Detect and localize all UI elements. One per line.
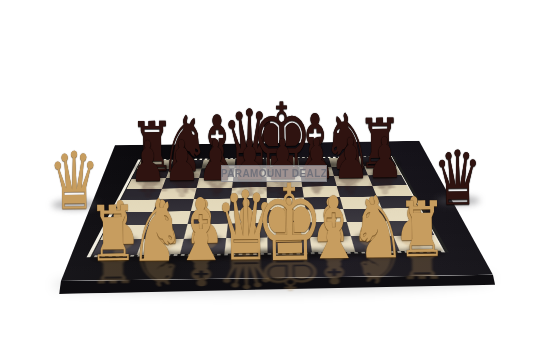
white-knight-g1-shadow bbox=[353, 247, 403, 258]
black-knight-g8-shadow bbox=[325, 160, 370, 170]
black-knight-b8: ♞ bbox=[151, 106, 219, 184]
white-pawn-f2-shadow bbox=[313, 234, 348, 242]
black-pawn-a7-shadow bbox=[132, 174, 165, 181]
black-pawn-h7: ♟ bbox=[360, 130, 409, 186]
black-pawn-a7: ♟ bbox=[123, 133, 172, 189]
extra-white-queen: ♛ bbox=[40, 142, 110, 222]
white-knight-g1-reflection: ♞ bbox=[341, 245, 416, 289]
white-pawn-g2: ♟ bbox=[346, 189, 399, 250]
white-knight-b1-shadow bbox=[132, 250, 182, 261]
black-pawn-h7-shadow bbox=[369, 171, 402, 178]
white-pawn-e2: ♟ bbox=[262, 190, 315, 251]
extra-black-queen: ♛ bbox=[424, 141, 490, 217]
white-pawn-h2-shadow bbox=[397, 232, 432, 240]
black-pawn-b7-reflection: ♟ bbox=[158, 172, 207, 201]
watermark-badge: PARAMOUNT DEALZ bbox=[221, 165, 327, 182]
black-rook-a8-shadow bbox=[132, 163, 172, 172]
black-pawn-g7-reflection: ♟ bbox=[327, 169, 376, 198]
black-pawn-b7: ♟ bbox=[157, 133, 206, 189]
white-queen-d1-shadow bbox=[218, 248, 274, 261]
white-pawn-c2-reflection: ♟ bbox=[178, 234, 230, 265]
white-knight-b1: ♞ bbox=[119, 188, 194, 275]
black-pawn-g7-shadow bbox=[335, 171, 368, 178]
white-pawn-b2-shadow bbox=[145, 236, 180, 244]
black-rook-a8: ♜ bbox=[122, 113, 182, 182]
white-king-e1-shadow bbox=[259, 247, 321, 261]
white-bishop-c1-shadow bbox=[176, 250, 226, 261]
black-pawn-g7: ♟ bbox=[326, 130, 375, 186]
white-pawn-f2-reflection: ♟ bbox=[304, 232, 356, 263]
white-bishop-c1-reflection: ♝ bbox=[164, 247, 239, 291]
white-pawn-h2: ♟ bbox=[388, 189, 441, 250]
white-pawn-e2-reflection: ♟ bbox=[262, 233, 314, 264]
white-knight-g1: ♞ bbox=[340, 185, 415, 272]
white-bishop-f1-shadow bbox=[309, 248, 359, 259]
white-pawn-h2-reflection: ♟ bbox=[388, 231, 440, 262]
black-knight-b8-reflection: ♞ bbox=[151, 160, 218, 200]
white-rook-a1-shadow bbox=[91, 252, 136, 262]
black-pawn-h7-reflection: ♟ bbox=[361, 169, 410, 198]
white-rook-h1-shadow bbox=[400, 247, 445, 257]
white-bishop-f1-reflection: ♝ bbox=[297, 245, 372, 289]
white-bishop-f1: ♝ bbox=[296, 185, 371, 272]
white-pawn-a2-shadow bbox=[103, 237, 138, 245]
extra-white-queen-shadow bbox=[52, 200, 99, 211]
black-rook-h8-reflection: ♜ bbox=[351, 158, 411, 193]
white-pawn-c2: ♟ bbox=[178, 192, 231, 253]
product-photo-scene: ♜♜♞♞♝♝♛♛♚♚♝♝♞♞♜♜♟♟♟♟♟♟♟♟♟♟♟♟♟♟♟♟♛♛♟♟♟♟♟♟… bbox=[0, 0, 533, 355]
white-pawn-b2-reflection: ♟ bbox=[136, 234, 188, 265]
white-pawn-a2: ♟ bbox=[94, 193, 147, 254]
black-pawn-b7-shadow bbox=[166, 173, 199, 180]
white-pawn-a2-reflection: ♟ bbox=[94, 235, 146, 266]
black-rook-a8-reflection: ♜ bbox=[123, 161, 183, 196]
black-rook-h8-shadow bbox=[360, 160, 400, 169]
white-pawn-e2-shadow bbox=[271, 234, 306, 242]
white-pawn-g2-shadow bbox=[355, 233, 390, 241]
white-king-e1: ♚ bbox=[243, 170, 336, 277]
white-pawn-c2-shadow bbox=[187, 235, 222, 243]
white-king-e1-reflection: ♚ bbox=[244, 244, 336, 298]
black-knight-b8-shadow bbox=[162, 162, 207, 172]
white-queen-d1: ♛ bbox=[203, 178, 287, 275]
black-pawn-a7-reflection: ♟ bbox=[124, 172, 173, 201]
white-pawn-d2-shadow bbox=[229, 235, 264, 243]
white-pawn-d2-reflection: ♟ bbox=[220, 233, 272, 264]
white-rook-h1-reflection: ♜ bbox=[389, 245, 455, 284]
white-knight-b1-reflection: ♞ bbox=[120, 248, 195, 292]
extra-black-queen-shadow bbox=[436, 196, 480, 206]
white-bishop-c1: ♝ bbox=[163, 187, 238, 274]
white-pawn-f2: ♟ bbox=[304, 190, 357, 251]
watermark-text: PARAMOUNT DEALZ bbox=[221, 168, 327, 179]
white-pawn-g2-reflection: ♟ bbox=[346, 231, 398, 262]
white-pawn-b2: ♟ bbox=[136, 192, 189, 253]
white-queen-d1-reflection: ♛ bbox=[204, 245, 287, 294]
black-rook-h8: ♜ bbox=[350, 110, 410, 179]
white-pawn-d2: ♟ bbox=[220, 191, 273, 252]
white-rook-a1-reflection: ♜ bbox=[80, 249, 146, 288]
